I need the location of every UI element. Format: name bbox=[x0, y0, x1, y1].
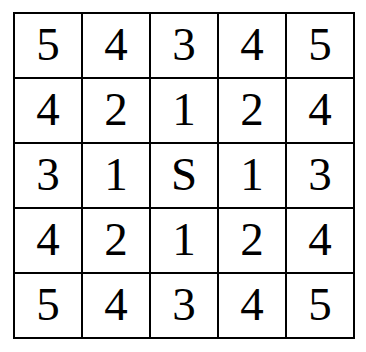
grid-cell: 4 bbox=[287, 79, 355, 144]
grid-cell: 3 bbox=[151, 274, 219, 339]
grid-cell: 2 bbox=[83, 79, 151, 144]
grid-cell: 1 bbox=[219, 144, 287, 209]
grid-cell: 2 bbox=[219, 79, 287, 144]
grid-cell: 5 bbox=[287, 14, 355, 79]
grid-cell: 3 bbox=[15, 144, 83, 209]
grid-cell: 4 bbox=[287, 209, 355, 274]
grid-cell-start: S bbox=[151, 144, 219, 209]
grid-cell: 4 bbox=[83, 14, 151, 79]
grid-cell: 2 bbox=[83, 209, 151, 274]
grid-cell: 3 bbox=[151, 14, 219, 79]
grid-cell: 4 bbox=[219, 274, 287, 339]
grid-cell: 2 bbox=[219, 209, 287, 274]
grid-cell: 4 bbox=[15, 79, 83, 144]
grid-cell: 1 bbox=[83, 144, 151, 209]
grid-cell: 1 bbox=[151, 209, 219, 274]
grid-cell: 4 bbox=[83, 274, 151, 339]
grid-cell: 3 bbox=[287, 144, 355, 209]
grid-cell: 4 bbox=[15, 209, 83, 274]
grid-cell: 5 bbox=[15, 274, 83, 339]
grid-cell: 5 bbox=[287, 274, 355, 339]
grid-cell: 1 bbox=[151, 79, 219, 144]
grid-cell: 4 bbox=[219, 14, 287, 79]
puzzle-grid: 543454212431S134212454345 bbox=[13, 12, 355, 339]
grid-cell: 5 bbox=[15, 14, 83, 79]
